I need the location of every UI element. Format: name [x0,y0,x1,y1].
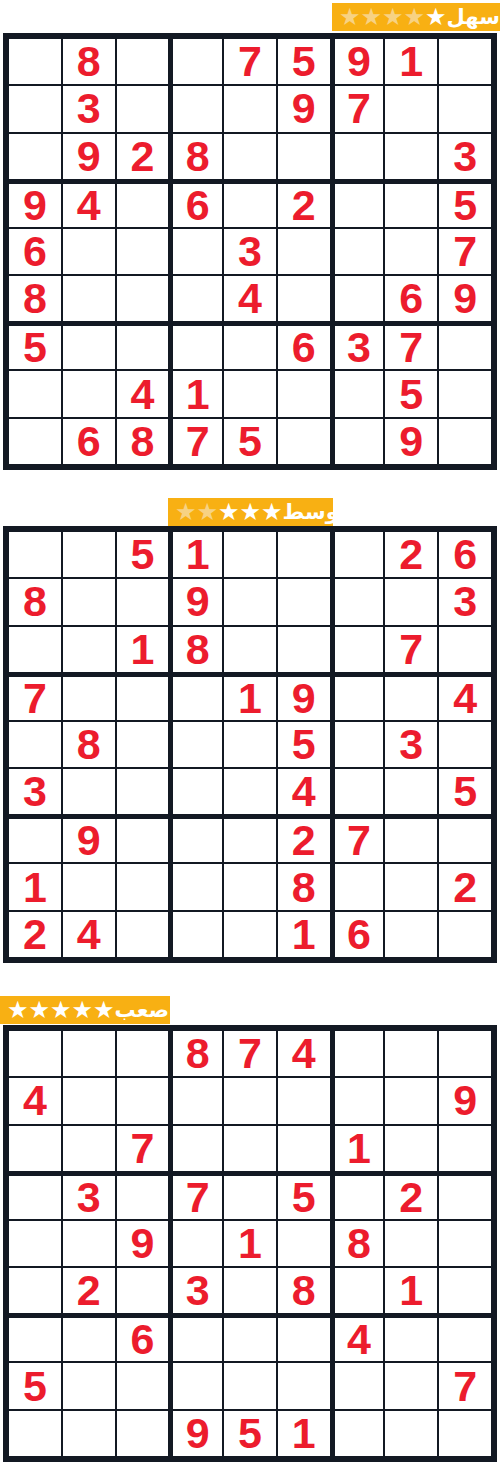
cell-r9c2[interactable]: 6 [63,419,115,464]
cell-r3c9[interactable] [439,1126,491,1171]
cell-r6c2[interactable] [63,769,115,814]
cell-r5c1[interactable] [9,1221,61,1266]
cell-r9c1[interactable] [9,419,61,464]
cell-r4c5[interactable] [224,181,276,227]
cell-r9c4[interactable]: 9 [170,1411,222,1456]
cell-r3c5[interactable] [224,1126,276,1171]
cell-r8c8[interactable] [385,1363,437,1408]
cell-r7c7[interactable]: 3 [332,323,384,369]
cell-r7c5[interactable] [224,323,276,369]
cell-r7c6[interactable]: 6 [278,323,330,369]
cell-r4c7[interactable] [332,1173,384,1219]
cell-r1c8[interactable]: 2 [385,532,437,577]
cell-r5c3[interactable] [117,229,169,274]
cell-r7c7[interactable]: 7 [332,816,384,862]
cell-r6c1[interactable] [9,1268,61,1313]
cell-r8c3[interactable]: 4 [117,371,169,416]
cell-r5c6[interactable]: 5 [278,722,330,767]
cell-r9c3[interactable] [117,912,169,957]
cell-r1c1[interactable] [9,1031,61,1076]
cell-r1c7[interactable] [332,1031,384,1076]
cell-r6c7[interactable] [332,769,384,814]
cell-r2c1[interactable]: 8 [9,579,61,624]
cell-r9c9[interactable] [439,1411,491,1456]
cell-r9c1[interactable]: 2 [9,912,61,957]
cell-r1c8[interactable] [385,1031,437,1076]
cell-r3c6[interactable] [278,134,330,179]
sudoku-board-medium: 512689318771948533459271822416 [3,526,497,963]
cell-r4c4[interactable]: 6 [170,181,222,227]
cell-r2c7[interactable]: 7 [332,86,384,131]
cell-r7c1[interactable] [9,816,61,862]
cell-r6c8[interactable]: 6 [385,276,437,321]
cell-r9c2[interactable]: 4 [63,912,115,957]
cell-r9c6[interactable] [278,419,330,464]
cell-r5c4[interactable] [170,722,222,767]
cell-r1c4[interactable]: 8 [170,1031,222,1076]
cell-r2c8[interactable] [385,86,437,131]
cell-r1c2[interactable]: 8 [63,39,115,84]
cell-r7c8[interactable]: 7 [385,323,437,369]
cell-r2c2[interactable] [63,1078,115,1123]
cell-r4c3[interactable] [117,181,169,227]
cell-r8c9[interactable]: 7 [439,1363,491,1408]
cell-r8c5[interactable] [224,1363,276,1408]
cell-r4c5[interactable]: 1 [224,674,276,720]
cell-r3c2[interactable]: 9 [63,134,115,179]
cell-r1c9[interactable]: 6 [439,532,491,577]
cell-r3c9[interactable] [439,627,491,672]
star-icon-filled: ★ [7,996,29,1024]
cell-r7c6[interactable] [278,1315,330,1361]
cell-r9c6[interactable]: 1 [278,912,330,957]
cell-r3c1[interactable] [9,134,61,179]
cell-r9c7[interactable] [332,1411,384,1456]
cell-r6c4[interactable] [170,769,222,814]
cell-r6c5[interactable] [224,1268,276,1313]
cell-r2c2[interactable]: 3 [63,86,115,131]
cell-r4c5[interactable] [224,1173,276,1219]
difficulty-label-medium: وسط [283,498,339,526]
cell-r2c8[interactable] [385,579,437,624]
cell-r1c4[interactable] [170,39,222,84]
cell-r4c4[interactable] [170,674,222,720]
cell-r3c3[interactable]: 1 [117,627,169,672]
cell-r5c4[interactable] [170,229,222,274]
cell-r2c1[interactable] [9,86,61,131]
cell-r8c2[interactable] [63,1363,115,1408]
cell-r1c9[interactable] [439,1031,491,1076]
cell-r2c5[interactable] [224,579,276,624]
cell-r8c1[interactable]: 5 [9,1363,61,1408]
star-rating-hard: ★★★★★ [7,996,115,1024]
cell-r5c5[interactable]: 3 [224,229,276,274]
cell-r5c8[interactable]: 3 [385,722,437,767]
cell-r8c3[interactable] [117,1363,169,1408]
cell-r2c7[interactable] [332,579,384,624]
cell-r8c9[interactable]: 2 [439,864,491,909]
cell-r4c3[interactable] [117,1173,169,1219]
cell-r2c6[interactable]: 9 [278,86,330,131]
cell-r4c7[interactable] [332,674,384,720]
cell-r5c4[interactable] [170,1221,222,1266]
sudoku-board-easy: 875913979283946256378469563741568759 [3,33,497,470]
cell-r3c6[interactable] [278,627,330,672]
cell-r7c9[interactable] [439,323,491,369]
cell-r9c2[interactable] [63,1411,115,1456]
cell-r8c7[interactable] [332,371,384,416]
star-icon-filled: ★ [72,996,94,1024]
cell-r5c2[interactable] [63,229,115,274]
cell-r1c6[interactable] [278,532,330,577]
cell-r5c8[interactable] [385,1221,437,1266]
cell-r7c4[interactable] [170,816,222,862]
cell-r6c3[interactable] [117,1268,169,1313]
cell-r8c1[interactable]: 1 [9,864,61,909]
cell-r1c3[interactable] [117,39,169,84]
cell-r4c6[interactable]: 9 [278,674,330,720]
cell-r2c7[interactable] [332,1078,384,1123]
cell-r9c5[interactable]: 5 [224,1411,276,1456]
cell-r7c5[interactable] [224,816,276,862]
difficulty-banner-easy: ★★★★★ سهل [332,3,500,31]
cell-r5c2[interactable]: 8 [63,722,115,767]
cell-r8c6[interactable] [278,371,330,416]
cell-r7c2[interactable] [63,1315,115,1361]
cell-r3c2[interactable] [63,1126,115,1171]
cell-r2c5[interactable] [224,1078,276,1123]
cell-r1c4[interactable]: 1 [170,532,222,577]
cell-r3c8[interactable]: 7 [385,627,437,672]
star-icon-filled: ★ [93,996,115,1024]
cell-r9c4[interactable] [170,912,222,957]
sudoku-sheet: ★★★★★ سهل 875913979283946256378469563741… [0,0,500,1470]
cell-r2c2[interactable] [63,579,115,624]
cell-r5c7[interactable] [332,722,384,767]
cell-r2c4[interactable] [170,1078,222,1123]
cell-r6c9[interactable] [439,1268,491,1313]
cell-r5c9[interactable] [439,722,491,767]
star-icon-filled: ★ [261,498,283,526]
cell-r7c3[interactable] [117,323,169,369]
cell-r6c6[interactable]: 4 [278,769,330,814]
cell-r9c5[interactable]: 5 [224,419,276,464]
cell-r6c4[interactable] [170,276,222,321]
cell-r1c3[interactable]: 5 [117,532,169,577]
cell-r9c9[interactable] [439,419,491,464]
cell-r6c4[interactable]: 3 [170,1268,222,1313]
cell-r4c2[interactable]: 3 [63,1173,115,1219]
cell-r2c6[interactable] [278,1078,330,1123]
cell-r9c8[interactable] [385,912,437,957]
cell-r4c9[interactable] [439,1173,491,1219]
cell-r3c3[interactable]: 2 [117,134,169,179]
cell-r2c3[interactable] [117,579,169,624]
cell-r5c7[interactable]: 8 [332,1221,384,1266]
cell-r4c1[interactable] [9,1173,61,1219]
cell-r5c5[interactable]: 1 [224,1221,276,1266]
cell-r7c9[interactable] [439,816,491,862]
cell-r2c6[interactable] [278,579,330,624]
cell-r1c5[interactable]: 7 [224,39,276,84]
cell-r6c9[interactable]: 5 [439,769,491,814]
cell-r5c6[interactable] [278,1221,330,1266]
cell-r1c3[interactable] [117,1031,169,1076]
cell-r5c1[interactable] [9,722,61,767]
cell-r5c6[interactable] [278,229,330,274]
cell-r3c1[interactable] [9,1126,61,1171]
cell-r1c7[interactable]: 9 [332,39,384,84]
cell-r2c9[interactable] [439,86,491,131]
cell-r5c3[interactable] [117,722,169,767]
cell-r8c6[interactable] [278,1363,330,1408]
cell-r2c9[interactable]: 3 [439,579,491,624]
cell-r4c2[interactable] [63,674,115,720]
cell-r7c1[interactable] [9,1315,61,1361]
cell-r5c9[interactable]: 7 [439,229,491,274]
cell-r7c7[interactable]: 4 [332,1315,384,1361]
difficulty-banner-medium: ★★★★★ وسط [168,498,333,526]
cell-r3c2[interactable] [63,627,115,672]
cell-r8c4[interactable]: 1 [170,371,222,416]
cell-r7c4[interactable] [170,323,222,369]
cell-r1c2[interactable] [63,1031,115,1076]
cell-r5c2[interactable] [63,1221,115,1266]
cell-r4c9[interactable]: 5 [439,181,491,227]
cell-r6c6[interactable] [278,276,330,321]
cell-r9c1[interactable] [9,1411,61,1456]
star-icon-empty: ★ [382,3,404,31]
cell-r8c7[interactable] [332,864,384,909]
cell-r3c8[interactable] [385,134,437,179]
cell-r1c1[interactable] [9,532,61,577]
cell-r8c6[interactable]: 8 [278,864,330,909]
cell-r3c3[interactable]: 7 [117,1126,169,1171]
cell-r6c2[interactable] [63,276,115,321]
cell-r4c6[interactable]: 5 [278,1173,330,1219]
cell-r6c8[interactable] [385,769,437,814]
sudoku-board-hard: 8744971375291823816457951 [3,1025,497,1462]
cell-r4c8[interactable] [385,181,437,227]
star-icon-filled: ★ [425,3,447,31]
cell-r6c5[interactable]: 4 [224,276,276,321]
cell-r2c5[interactable] [224,86,276,131]
cell-r9c3[interactable] [117,1411,169,1456]
cell-r2c3[interactable] [117,1078,169,1123]
cell-r2c3[interactable] [117,86,169,131]
difficulty-label-hard: صعب [115,996,169,1024]
cell-r4c8[interactable]: 2 [385,1173,437,1219]
cell-r9c4[interactable]: 7 [170,419,222,464]
cell-r4c3[interactable] [117,674,169,720]
cell-r9c9[interactable] [439,912,491,957]
cell-r4c4[interactable]: 7 [170,1173,222,1219]
star-icon-empty: ★ [175,498,197,526]
difficulty-label-easy: سهل [447,3,500,31]
cell-r4c8[interactable] [385,674,437,720]
cell-r8c7[interactable] [332,1363,384,1408]
star-icon-empty: ★ [339,3,361,31]
cell-r6c8[interactable]: 1 [385,1268,437,1313]
cell-r6c3[interactable] [117,276,169,321]
cell-r5c8[interactable] [385,229,437,274]
cell-r8c5[interactable] [224,371,276,416]
cell-r7c3[interactable]: 6 [117,1315,169,1361]
cell-r6c9[interactable]: 9 [439,276,491,321]
cell-r7c3[interactable] [117,816,169,862]
cell-r8c8[interactable] [385,864,437,909]
cell-r8c2[interactable] [63,371,115,416]
cell-r1c6[interactable]: 5 [278,39,330,84]
cell-r8c9[interactable] [439,371,491,416]
cell-r7c8[interactable] [385,816,437,862]
cell-r5c3[interactable]: 9 [117,1221,169,1266]
cell-r9c7[interactable]: 6 [332,912,384,957]
cell-r8c5[interactable] [224,864,276,909]
cell-r6c7[interactable] [332,1268,384,1313]
cell-r5c9[interactable] [439,1221,491,1266]
cell-r1c5[interactable] [224,532,276,577]
cell-r1c5[interactable]: 7 [224,1031,276,1076]
cell-r3c8[interactable] [385,1126,437,1171]
cell-r3c6[interactable] [278,1126,330,1171]
cell-r1c9[interactable] [439,39,491,84]
cell-r3c4[interactable]: 8 [170,627,222,672]
cell-r2c4[interactable]: 9 [170,579,222,624]
cell-r7c2[interactable] [63,323,115,369]
cell-r7c1[interactable]: 5 [9,323,61,369]
cell-r3c7[interactable] [332,134,384,179]
cell-r4c7[interactable] [332,181,384,227]
cell-r9c7[interactable] [332,419,384,464]
cell-r9c8[interactable]: 9 [385,419,437,464]
cell-r1c1[interactable] [9,39,61,84]
cell-r8c1[interactable] [9,371,61,416]
cell-r6c1[interactable]: 3 [9,769,61,814]
cell-r8c4[interactable] [170,864,222,909]
star-icon-filled: ★ [240,498,262,526]
cell-r5c7[interactable] [332,229,384,274]
cell-r7c6[interactable]: 2 [278,816,330,862]
cell-r1c7[interactable] [332,532,384,577]
cell-r9c5[interactable] [224,912,276,957]
cell-r3c4[interactable]: 8 [170,134,222,179]
cell-r5c5[interactable] [224,722,276,767]
cell-r2c4[interactable] [170,86,222,131]
cell-r8c3[interactable] [117,864,169,909]
cell-r7c9[interactable] [439,1315,491,1361]
cell-r4c1[interactable]: 9 [9,181,61,227]
cell-r2c9[interactable]: 9 [439,1078,491,1123]
cell-r6c2[interactable]: 2 [63,1268,115,1313]
star-rating-easy: ★★★★★ [339,3,447,31]
cell-r4c1[interactable]: 7 [9,674,61,720]
cell-r1c2[interactable] [63,532,115,577]
cell-r8c2[interactable] [63,864,115,909]
cell-r6c1[interactable]: 8 [9,276,61,321]
cell-r2c1[interactable]: 4 [9,1078,61,1123]
cell-r3c7[interactable] [332,627,384,672]
cell-r6c6[interactable]: 8 [278,1268,330,1313]
cell-r9c8[interactable] [385,1411,437,1456]
cell-r7c4[interactable] [170,1315,222,1361]
cell-r3c5[interactable] [224,627,276,672]
cell-r4c6[interactable]: 2 [278,181,330,227]
cell-r9c6[interactable]: 1 [278,1411,330,1456]
cell-r1c8[interactable]: 1 [385,39,437,84]
cell-r8c8[interactable]: 5 [385,371,437,416]
cell-r7c8[interactable] [385,1315,437,1361]
cell-r7c5[interactable] [224,1315,276,1361]
cell-r4c9[interactable]: 4 [439,674,491,720]
difficulty-banner-hard: ★★★★★ صعب [0,996,170,1024]
star-icon-empty: ★ [197,498,219,526]
cell-r4c2[interactable]: 4 [63,181,115,227]
cell-r3c5[interactable] [224,134,276,179]
cell-r5c1[interactable]: 6 [9,229,61,274]
star-icon-empty: ★ [404,3,426,31]
cell-r3c4[interactable] [170,1126,222,1171]
star-icon-filled: ★ [29,996,51,1024]
cell-r6c7[interactable] [332,276,384,321]
cell-r7c2[interactable]: 9 [63,816,115,862]
cell-r3c7[interactable]: 1 [332,1126,384,1171]
star-icon-empty: ★ [361,3,383,31]
cell-r8c4[interactable] [170,1363,222,1408]
cell-r6c5[interactable] [224,769,276,814]
cell-r3c1[interactable] [9,627,61,672]
cell-r6c3[interactable] [117,769,169,814]
star-icon-filled: ★ [50,996,72,1024]
cell-r1c6[interactable]: 4 [278,1031,330,1076]
star-rating-medium: ★★★★★ [175,498,283,526]
cell-r9c3[interactable]: 8 [117,419,169,464]
cell-r3c9[interactable]: 3 [439,134,491,179]
cell-r2c8[interactable] [385,1078,437,1123]
star-icon-filled: ★ [218,498,240,526]
